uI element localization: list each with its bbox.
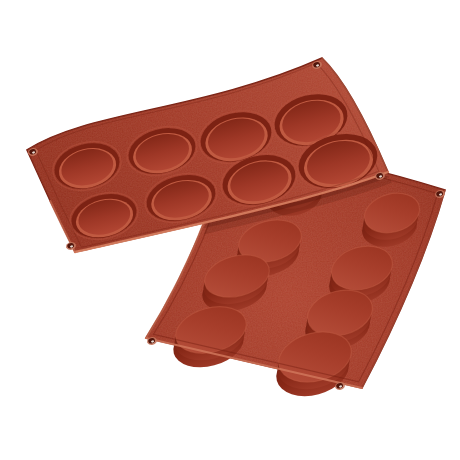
product-photo <box>0 0 460 460</box>
silicone-moulds-photo <box>0 0 460 460</box>
